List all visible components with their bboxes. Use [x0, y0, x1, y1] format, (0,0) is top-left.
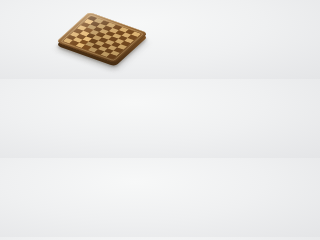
- chessboard-photo-scene: [0, 0, 203, 79]
- board-square: [107, 54, 117, 59]
